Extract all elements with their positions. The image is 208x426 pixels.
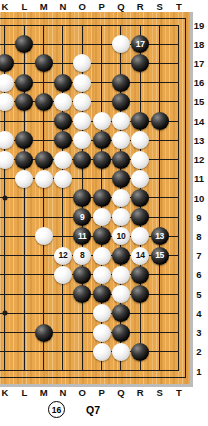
white-stone[interactable] (0, 131, 14, 149)
white-stone[interactable] (112, 266, 130, 284)
intersection-T19[interactable] (169, 15, 188, 34)
intersection-O3[interactable] (73, 323, 92, 342)
intersection-P1[interactable] (92, 361, 111, 380)
intersection-T2[interactable] (169, 342, 188, 361)
intersection-R4[interactable] (131, 304, 150, 323)
white-stone[interactable] (112, 189, 130, 207)
intersection-L12[interactable] (15, 150, 34, 169)
white-stone[interactable]: 8 (73, 247, 91, 265)
black-stone[interactable] (73, 189, 91, 207)
intersection-Q3[interactable] (111, 323, 130, 342)
intersection-P15[interactable] (92, 92, 111, 111)
white-stone[interactable] (93, 208, 111, 226)
intersection-K12[interactable] (0, 150, 15, 169)
intersection-P5[interactable] (92, 284, 111, 303)
black-stone[interactable] (131, 285, 149, 303)
intersection-Q15[interactable] (111, 92, 130, 111)
intersection-S17[interactable] (150, 54, 169, 73)
intersection-Q18[interactable] (111, 35, 130, 54)
intersection-O14[interactable] (73, 111, 92, 130)
black-stone[interactable] (15, 131, 33, 149)
intersection-R6[interactable] (131, 265, 150, 284)
intersection-R11[interactable] (131, 169, 150, 188)
intersection-R19[interactable] (131, 15, 150, 34)
intersection-O13[interactable] (73, 131, 92, 150)
black-stone[interactable] (93, 131, 111, 149)
intersection-O1[interactable] (73, 361, 92, 380)
white-stone[interactable] (131, 151, 149, 169)
intersection-K11[interactable] (0, 169, 15, 188)
white-stone[interactable] (112, 35, 130, 53)
intersection-K7[interactable] (0, 246, 15, 265)
intersection-T17[interactable] (169, 54, 188, 73)
intersection-M16[interactable] (34, 73, 53, 92)
white-stone[interactable] (131, 170, 149, 188)
star-point (2, 311, 7, 316)
intersection-K1[interactable] (0, 361, 15, 380)
go-diagram: 1791110131281415 KLMNOPQRST KLMNOPQRST 1… (0, 0, 208, 426)
intersection-R13[interactable] (131, 131, 150, 150)
intersection-M5[interactable] (34, 284, 53, 303)
intersection-N11[interactable] (53, 169, 72, 188)
intersection-S14[interactable] (150, 111, 169, 130)
intersection-S10[interactable] (150, 188, 169, 207)
intersection-O12[interactable] (73, 150, 92, 169)
column-label-L: L (15, 1, 33, 12)
white-stone[interactable] (93, 304, 111, 322)
intersection-O6[interactable] (73, 265, 92, 284)
intersection-N4[interactable] (53, 304, 72, 323)
intersection-L19[interactable] (15, 15, 34, 34)
intersection-K6[interactable] (0, 265, 15, 284)
intersection-P16[interactable] (92, 73, 111, 92)
black-stone[interactable]: 15 (151, 247, 169, 265)
intersection-T3[interactable] (169, 323, 188, 342)
intersection-N14[interactable] (53, 111, 72, 130)
intersection-K19[interactable] (0, 15, 15, 34)
black-stone[interactable] (73, 151, 91, 169)
intersection-Q14[interactable] (111, 111, 130, 130)
intersection-R3[interactable] (131, 323, 150, 342)
intersection-R15[interactable] (131, 92, 150, 111)
black-stone[interactable] (73, 266, 91, 284)
black-stone[interactable] (93, 285, 111, 303)
intersection-N18[interactable] (53, 35, 72, 54)
black-stone[interactable]: 13 (151, 227, 169, 245)
intersection-S3[interactable] (150, 323, 169, 342)
intersection-O7[interactable]: 8 (73, 246, 92, 265)
intersection-T10[interactable] (169, 188, 188, 207)
intersection-T7[interactable] (169, 246, 188, 265)
row-label-7: 7 (191, 250, 207, 261)
intersection-Q12[interactable] (111, 150, 130, 169)
white-stone[interactable] (112, 285, 130, 303)
white-stone[interactable] (73, 93, 91, 111)
intersection-T6[interactable] (169, 265, 188, 284)
white-stone[interactable] (35, 170, 53, 188)
black-stone[interactable] (112, 324, 130, 342)
black-stone[interactable]: 11 (73, 227, 91, 245)
black-stone[interactable] (93, 189, 111, 207)
black-stone[interactable] (15, 74, 33, 92)
intersection-K8[interactable] (0, 227, 15, 246)
intersection-Q13[interactable] (111, 131, 130, 150)
white-stone[interactable] (131, 131, 149, 149)
intersection-L18[interactable] (15, 35, 34, 54)
intersection-S5[interactable] (150, 284, 169, 303)
black-stone[interactable] (15, 35, 33, 53)
black-stone[interactable] (112, 151, 130, 169)
intersection-N3[interactable] (53, 323, 72, 342)
intersection-P9[interactable] (92, 208, 111, 227)
intersection-M10[interactable] (34, 188, 53, 207)
black-stone[interactable] (151, 112, 169, 130)
intersection-N8[interactable] (53, 227, 72, 246)
column-label-R: R (131, 1, 149, 12)
intersection-R16[interactable] (131, 73, 150, 92)
intersection-T13[interactable] (169, 131, 188, 150)
intersection-L7[interactable] (15, 246, 34, 265)
intersection-N19[interactable] (53, 15, 72, 34)
intersection-Q7[interactable] (111, 246, 130, 265)
intersection-S19[interactable] (150, 15, 169, 34)
intersection-O19[interactable] (73, 15, 92, 34)
intersection-T15[interactable] (169, 92, 188, 111)
intersection-O4[interactable] (73, 304, 92, 323)
intersection-K16[interactable] (0, 73, 15, 92)
intersection-Q5[interactable] (111, 284, 130, 303)
intersection-T16[interactable] (169, 73, 188, 92)
intersection-R2[interactable] (131, 342, 150, 361)
intersection-M17[interactable] (34, 54, 53, 73)
intersection-K4[interactable] (0, 304, 15, 323)
intersection-M14[interactable] (34, 111, 53, 130)
intersection-O17[interactable] (73, 54, 92, 73)
intersection-N6[interactable] (53, 265, 72, 284)
intersection-L9[interactable] (15, 208, 34, 227)
column-label-N: N (54, 1, 72, 12)
white-stone[interactable] (93, 343, 111, 361)
white-stone[interactable] (35, 227, 53, 245)
white-stone[interactable] (112, 343, 130, 361)
white-stone[interactable] (112, 131, 130, 149)
intersection-M9[interactable] (34, 208, 53, 227)
black-stone[interactable] (112, 93, 130, 111)
intersection-R14[interactable] (131, 111, 150, 130)
intersection-N16[interactable] (53, 73, 72, 92)
column-label-N: N (54, 387, 72, 398)
intersection-T12[interactable] (169, 150, 188, 169)
intersection-Q9[interactable] (111, 208, 130, 227)
intersection-L14[interactable] (15, 111, 34, 130)
intersection-R9[interactable] (131, 208, 150, 227)
black-stone[interactable] (112, 304, 130, 322)
star-point (2, 195, 7, 200)
intersection-R18[interactable]: 17 (131, 35, 150, 54)
black-stone[interactable]: 17 (131, 35, 149, 53)
white-stone[interactable] (73, 54, 91, 72)
intersection-K14[interactable] (0, 111, 15, 130)
intersection-L17[interactable] (15, 54, 34, 73)
row-label-15: 15 (191, 96, 207, 107)
intersection-P7[interactable] (92, 246, 111, 265)
white-stone[interactable] (112, 112, 130, 130)
intersection-M3[interactable] (34, 323, 53, 342)
row-label-5: 5 (191, 289, 207, 300)
white-stone[interactable] (73, 74, 91, 92)
intersection-R8[interactable] (131, 227, 150, 246)
white-stone[interactable] (131, 227, 149, 245)
white-stone[interactable]: 12 (54, 247, 72, 265)
intersection-M6[interactable] (34, 265, 53, 284)
intersection-N1[interactable] (53, 361, 72, 380)
black-stone[interactable]: 9 (73, 208, 91, 226)
intersection-Q8[interactable]: 10 (111, 227, 130, 246)
intersection-S15[interactable] (150, 92, 169, 111)
intersection-R1[interactable] (131, 361, 150, 380)
intersection-T5[interactable] (169, 284, 188, 303)
stone-number: 15 (155, 251, 164, 260)
row-label-16: 16 (191, 77, 207, 88)
intersection-O16[interactable] (73, 73, 92, 92)
intersection-R7[interactable]: 14 (131, 246, 150, 265)
white-stone[interactable] (15, 170, 33, 188)
intersection-O5[interactable] (73, 284, 92, 303)
intersection-K2[interactable] (0, 342, 15, 361)
stone-number: 10 (117, 232, 126, 241)
intersection-L15[interactable] (15, 92, 34, 111)
intersection-N7[interactable]: 12 (53, 246, 72, 265)
intersection-T18[interactable] (169, 35, 188, 54)
intersection-O18[interactable] (73, 35, 92, 54)
intersection-L5[interactable] (15, 284, 34, 303)
intersection-P4[interactable] (92, 304, 111, 323)
intersection-Q19[interactable] (111, 15, 130, 34)
intersection-L10[interactable] (15, 188, 34, 207)
intersection-P13[interactable] (92, 131, 111, 150)
column-label-L: L (15, 387, 33, 398)
black-stone[interactable] (131, 266, 149, 284)
black-stone[interactable] (54, 131, 72, 149)
column-label-K: K (0, 387, 14, 398)
intersection-S12[interactable] (150, 150, 169, 169)
intersection-N15[interactable] (53, 92, 72, 111)
intersection-M4[interactable] (34, 304, 53, 323)
intersection-R17[interactable] (131, 54, 150, 73)
intersection-L11[interactable] (15, 169, 34, 188)
black-stone[interactable] (73, 285, 91, 303)
row-label-6: 6 (191, 269, 207, 280)
intersection-N12[interactable] (53, 150, 72, 169)
intersection-O8[interactable]: 11 (73, 227, 92, 246)
intersection-M15[interactable] (34, 92, 53, 111)
row-label-2: 2 (191, 346, 207, 357)
black-stone[interactable] (131, 54, 149, 72)
intersection-O2[interactable] (73, 342, 92, 361)
intersection-K15[interactable] (0, 92, 15, 111)
intersection-Q11[interactable] (111, 169, 130, 188)
black-stone[interactable] (35, 324, 53, 342)
intersection-O10[interactable] (73, 188, 92, 207)
black-stone[interactable] (131, 112, 149, 130)
black-stone[interactable] (54, 74, 72, 92)
intersection-Q16[interactable] (111, 73, 130, 92)
intersection-O9[interactable]: 9 (73, 208, 92, 227)
black-stone[interactable] (93, 151, 111, 169)
black-stone[interactable] (15, 151, 33, 169)
white-stone[interactable]: 14 (131, 247, 149, 265)
intersection-L2[interactable] (15, 342, 34, 361)
intersection-M2[interactable] (34, 342, 53, 361)
intersection-L13[interactable] (15, 131, 34, 150)
intersection-S9[interactable] (150, 208, 169, 227)
column-label-O: O (73, 387, 91, 398)
white-stone[interactable]: 10 (112, 227, 130, 245)
intersection-Q10[interactable] (111, 188, 130, 207)
intersection-N5[interactable] (53, 284, 72, 303)
black-stone[interactable] (112, 74, 130, 92)
white-stone[interactable] (112, 208, 130, 226)
black-stone[interactable] (131, 343, 149, 361)
white-stone[interactable] (0, 93, 14, 111)
intersection-P11[interactable] (92, 169, 111, 188)
intersection-O15[interactable] (73, 92, 92, 111)
intersection-Q4[interactable] (111, 304, 130, 323)
intersection-T8[interactable] (169, 227, 188, 246)
intersection-K18[interactable] (0, 35, 15, 54)
intersection-M13[interactable] (34, 131, 53, 150)
row-label-9: 9 (191, 212, 207, 223)
intersection-P2[interactable] (92, 342, 111, 361)
intersection-M18[interactable] (34, 35, 53, 54)
intersection-K5[interactable] (0, 284, 15, 303)
intersection-N10[interactable] (53, 188, 72, 207)
white-stone[interactable] (93, 112, 111, 130)
intersection-S18[interactable] (150, 35, 169, 54)
white-stone[interactable] (93, 324, 111, 342)
intersection-L16[interactable] (15, 73, 34, 92)
intersection-M8[interactable] (34, 227, 53, 246)
stone-number: 12 (59, 251, 68, 260)
black-stone[interactable] (15, 93, 33, 111)
intersection-L1[interactable] (15, 361, 34, 380)
intersection-K13[interactable] (0, 131, 15, 150)
stone-number: 14 (136, 251, 145, 260)
black-stone[interactable] (35, 93, 53, 111)
intersection-P3[interactable] (92, 323, 111, 342)
row-label-8: 8 (191, 231, 207, 242)
black-stone[interactable] (35, 151, 53, 169)
intersection-K3[interactable] (0, 323, 15, 342)
white-stone[interactable] (54, 170, 72, 188)
intersection-T14[interactable] (169, 111, 188, 130)
intersection-T11[interactable] (169, 169, 188, 188)
intersection-S8[interactable]: 13 (150, 227, 169, 246)
black-stone[interactable] (112, 247, 130, 265)
stone-number: 17 (136, 40, 145, 49)
intersection-M12[interactable] (34, 150, 53, 169)
row-label-3: 3 (191, 327, 207, 338)
white-stone[interactable] (54, 151, 72, 169)
white-stone[interactable] (73, 112, 91, 130)
intersection-P19[interactable] (92, 15, 111, 34)
intersection-N13[interactable] (53, 131, 72, 150)
black-stone[interactable] (131, 208, 149, 226)
intersection-S2[interactable] (150, 342, 169, 361)
column-label-S: S (151, 1, 169, 12)
intersection-N9[interactable] (53, 208, 72, 227)
black-stone[interactable] (54, 112, 72, 130)
intersection-M19[interactable] (34, 15, 53, 34)
intersection-T4[interactable] (169, 304, 188, 323)
black-stone[interactable] (0, 54, 14, 72)
intersection-S1[interactable] (150, 361, 169, 380)
intersection-M7[interactable] (34, 246, 53, 265)
intersection-T9[interactable] (169, 208, 188, 227)
intersection-M1[interactable] (34, 361, 53, 380)
intersection-P14[interactable] (92, 111, 111, 130)
intersection-S13[interactable] (150, 131, 169, 150)
white-stone[interactable] (54, 266, 72, 284)
intersection-L6[interactable] (15, 265, 34, 284)
intersection-S6[interactable] (150, 265, 169, 284)
white-stone[interactable] (54, 93, 72, 111)
column-label-M: M (35, 387, 53, 398)
intersection-R5[interactable] (131, 284, 150, 303)
intersection-O11[interactable] (73, 169, 92, 188)
intersection-N17[interactable] (53, 54, 72, 73)
intersection-P10[interactable] (92, 188, 111, 207)
intersection-S11[interactable] (150, 169, 169, 188)
intersection-Q6[interactable] (111, 265, 130, 284)
intersection-L3[interactable] (15, 323, 34, 342)
black-stone[interactable] (35, 54, 53, 72)
intersection-K9[interactable] (0, 208, 15, 227)
intersection-K17[interactable] (0, 54, 15, 73)
black-stone[interactable] (112, 170, 130, 188)
intersection-L8[interactable] (15, 227, 34, 246)
intersection-M11[interactable] (34, 169, 53, 188)
intersection-K10[interactable] (0, 188, 15, 207)
intersection-S7[interactable]: 15 (150, 246, 169, 265)
intersection-P18[interactable] (92, 35, 111, 54)
intersection-Q1[interactable] (111, 361, 130, 380)
black-stone[interactable] (131, 189, 149, 207)
white-stone[interactable] (0, 74, 14, 92)
row-label-12: 12 (191, 154, 207, 165)
intersection-P8[interactable] (92, 227, 111, 246)
intersection-S4[interactable] (150, 304, 169, 323)
white-stone[interactable] (73, 131, 91, 149)
intersection-R12[interactable] (131, 150, 150, 169)
white-stone[interactable] (0, 151, 14, 169)
black-stone[interactable] (93, 227, 111, 245)
white-stone[interactable] (93, 266, 111, 284)
row-label-14: 14 (191, 116, 207, 127)
intersection-N2[interactable] (53, 342, 72, 361)
intersection-Q17[interactable] (111, 54, 130, 73)
column-label-S: S (151, 387, 169, 398)
intersection-R10[interactable] (131, 188, 150, 207)
intersection-P6[interactable] (92, 265, 111, 284)
intersection-S16[interactable] (150, 73, 169, 92)
intersection-Q2[interactable] (111, 342, 130, 361)
intersection-T1[interactable] (169, 361, 188, 380)
white-stone[interactable] (93, 247, 111, 265)
intersection-P17[interactable] (92, 54, 111, 73)
intersection-L4[interactable] (15, 304, 34, 323)
intersection-P12[interactable] (92, 150, 111, 169)
